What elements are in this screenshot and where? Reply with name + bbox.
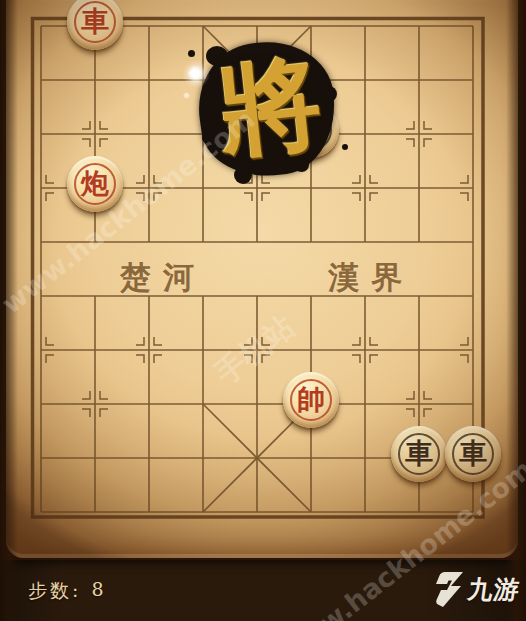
piece-red-chariot[interactable]: 車 xyxy=(67,0,123,50)
sparkle-dot-icon xyxy=(183,92,190,99)
9game-logo: 九游 xyxy=(435,570,520,608)
9game-logo-icon xyxy=(435,570,465,608)
river-label-chu: 楚河 xyxy=(120,256,206,300)
step-counter: 步数: 8 xyxy=(28,578,107,604)
ink-splatter xyxy=(342,144,348,150)
river-label-han: 漢界 xyxy=(328,256,414,300)
piece-red-general[interactable]: 帥 xyxy=(283,372,339,428)
piece-character: 車 xyxy=(445,426,501,482)
step-counter-value: 8 xyxy=(91,578,106,604)
step-counter-label: 步数: xyxy=(28,578,81,604)
check-character: 將 xyxy=(199,30,341,183)
game-screen: 楚河 漢界 車炮將帥車車 將 ✦ www.hackhome.com 手机站 ww… xyxy=(0,0,526,621)
piece-black-chariot[interactable]: 車 xyxy=(391,426,447,482)
piece-character: 炮 xyxy=(67,156,123,212)
piece-character: 車 xyxy=(67,0,123,50)
ink-splatter xyxy=(188,50,195,57)
piece-black-chariot[interactable]: 車 xyxy=(445,426,501,482)
9game-logo-text: 九游 xyxy=(466,573,523,606)
piece-character: 帥 xyxy=(283,372,339,428)
piece-red-cannon[interactable]: 炮 xyxy=(67,156,123,212)
piece-character: 車 xyxy=(391,426,447,482)
